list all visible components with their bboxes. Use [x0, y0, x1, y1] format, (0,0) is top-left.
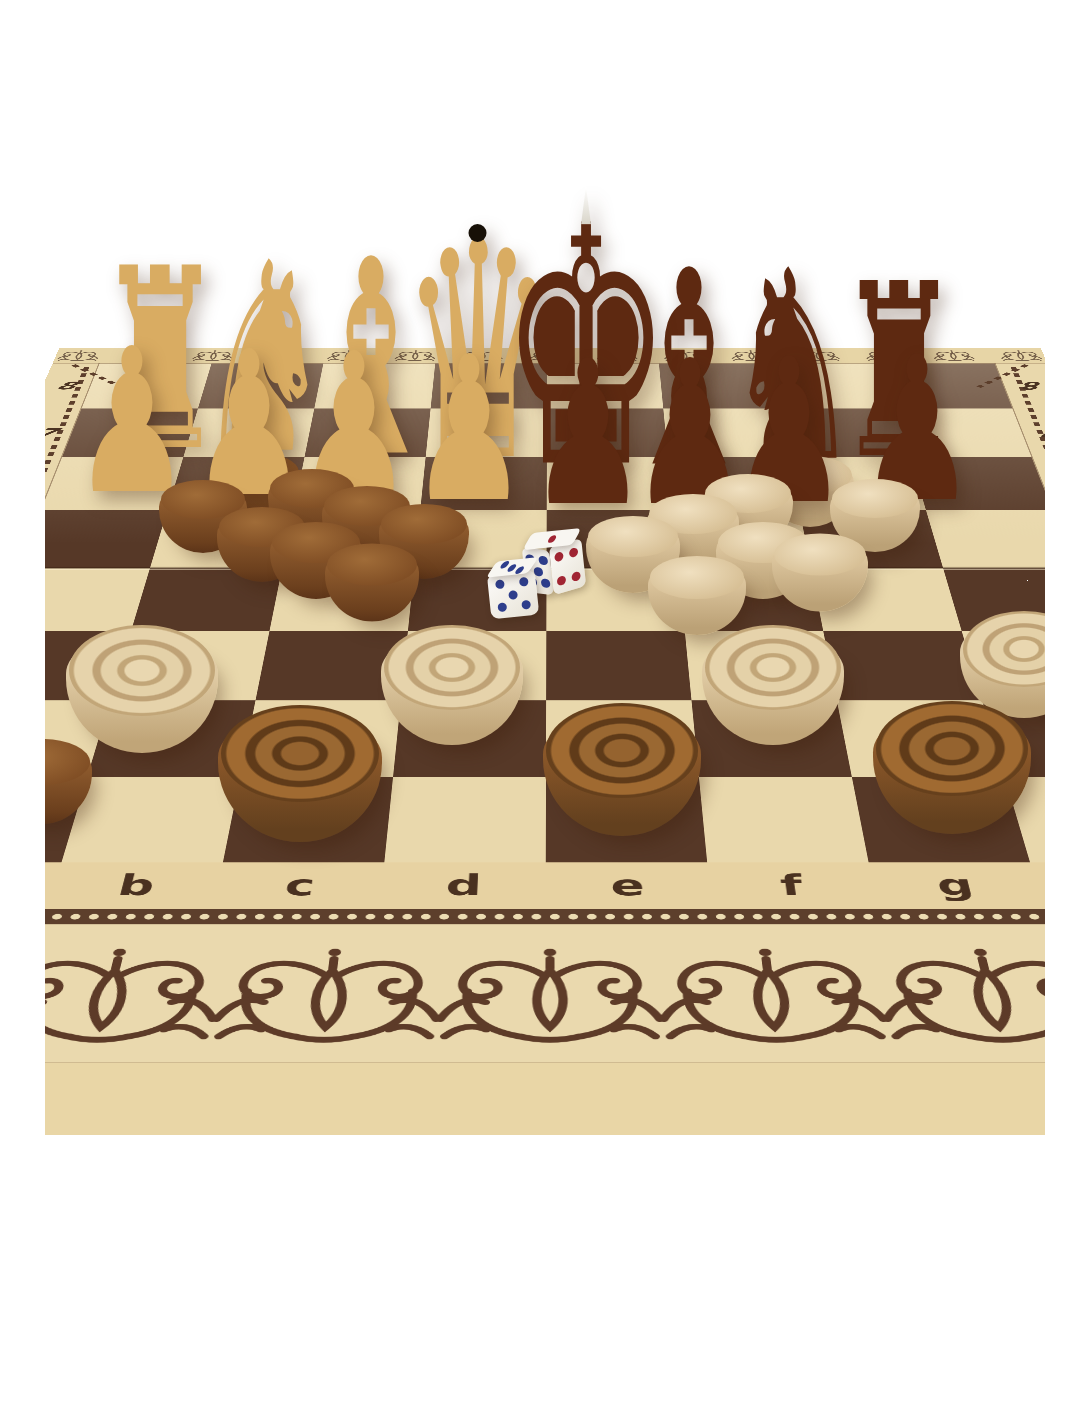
square-e3 — [546, 631, 691, 700]
die-pip — [557, 574, 567, 585]
photo-area: 87654321 87654321 abcdefgh ♜♞♝♛♚♝♞♜♟♟♟♟♟… — [45, 75, 1045, 1135]
die-pip — [498, 602, 508, 612]
die-pip — [541, 579, 551, 589]
die-pip — [508, 590, 518, 600]
ornament-frieze-band — [45, 924, 1045, 1062]
dotted-ribbon-band — [45, 909, 1045, 924]
die-pip — [521, 600, 531, 610]
board-front-edge-strip — [45, 1062, 1045, 1135]
rank-label-right-8: 8 — [1024, 380, 1043, 392]
file-label-b: b — [114, 869, 158, 902]
file-label-d: d — [445, 869, 483, 902]
square-d1 — [384, 777, 546, 862]
die-1-face-front-5 — [487, 570, 539, 620]
die-pip — [569, 547, 579, 558]
file-label-c: c — [283, 869, 318, 902]
file-label-f: f — [778, 869, 805, 902]
file-labels-band: abcdefgh — [45, 862, 1045, 909]
file-label-e: e — [610, 869, 645, 902]
die-pip — [495, 579, 505, 589]
die-pip — [518, 577, 528, 587]
die-pip — [538, 555, 548, 565]
file-label-g: g — [933, 869, 977, 902]
rank-label-right-7: 7 — [1043, 426, 1045, 439]
die-pip — [554, 551, 564, 562]
product-photo-stage: 87654321 87654321 abcdefgh ♜♞♝♛♚♝♞♜♟♟♟♟♟… — [0, 0, 1080, 1402]
frieze-scrollwork — [45, 924, 1045, 1062]
square-f1 — [699, 777, 869, 862]
die-pip — [571, 570, 581, 581]
square-g3 — [823, 631, 982, 700]
die-pip — [547, 535, 558, 543]
